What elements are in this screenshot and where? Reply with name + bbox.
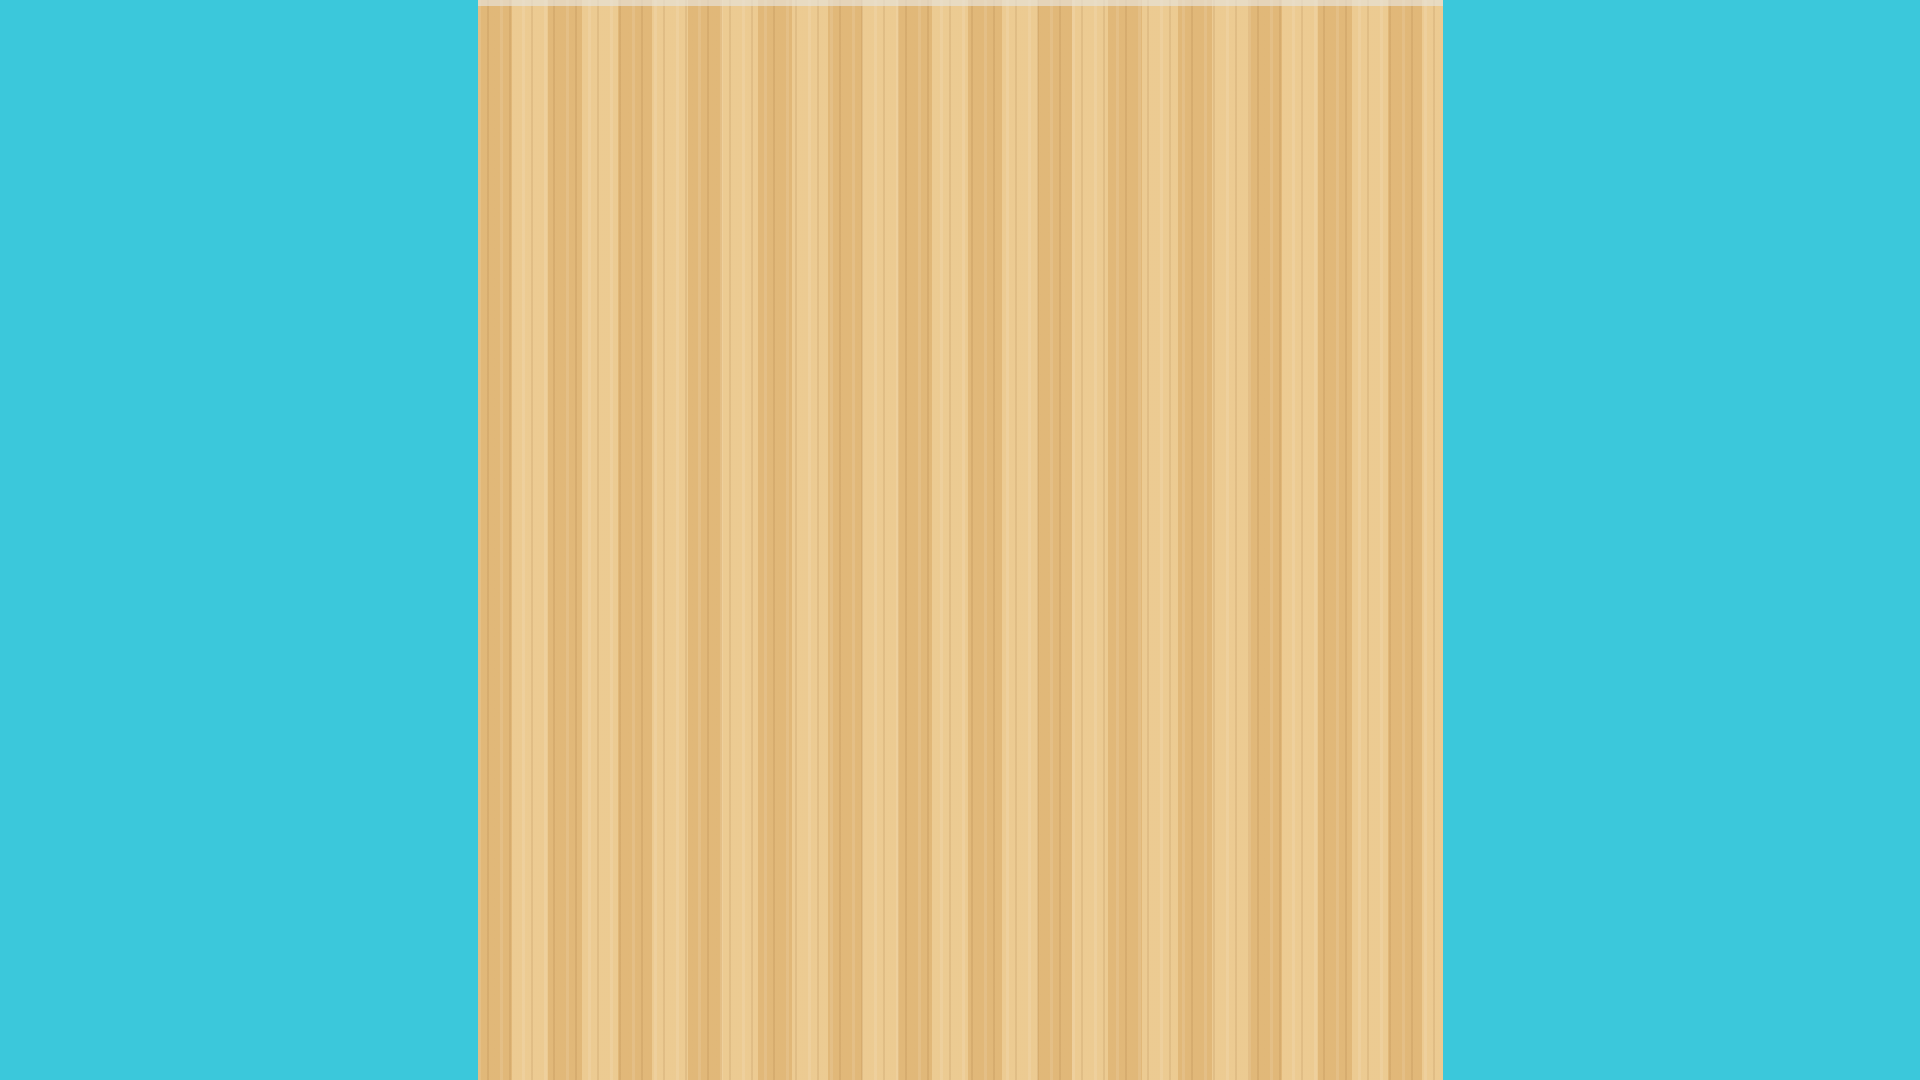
right-title-char (1590, 525, 1780, 715)
left-title-char (158, 145, 348, 335)
xiangqi-board (478, 0, 1443, 1080)
pieces-grid (505, 43, 1405, 1035)
left-title (158, 145, 348, 905)
right-title-char (1590, 715, 1780, 905)
left-title-char (158, 335, 348, 525)
left-title-char (158, 525, 348, 715)
right-title-char (1590, 145, 1780, 335)
right-title (1590, 145, 1780, 905)
left-title-char (158, 715, 348, 905)
right-title-char (1590, 335, 1780, 525)
